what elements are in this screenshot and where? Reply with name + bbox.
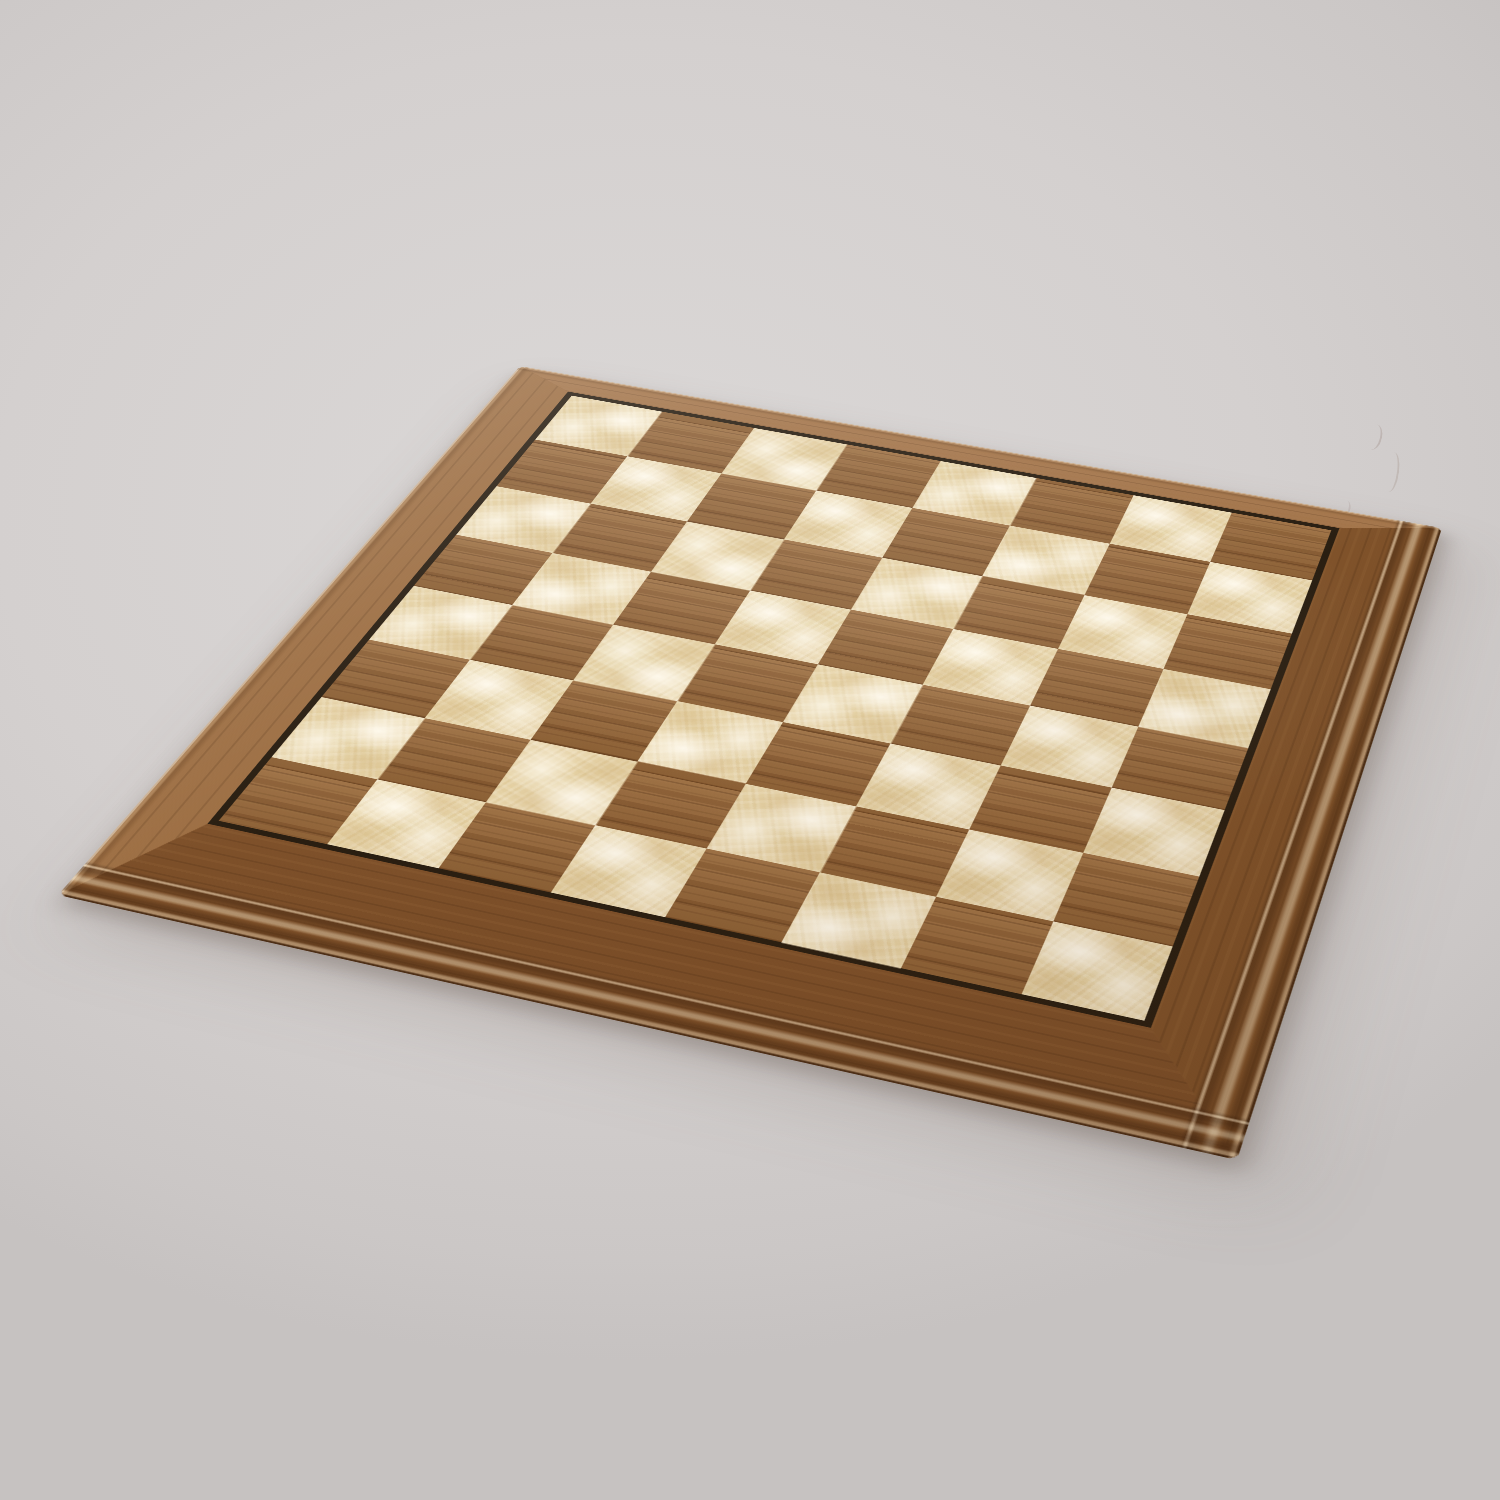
background-scuff-mark [1381,451,1401,493]
studio-background [0,0,1500,1500]
background-scuff-mark [1363,422,1385,451]
chess-board [58,366,1442,1160]
